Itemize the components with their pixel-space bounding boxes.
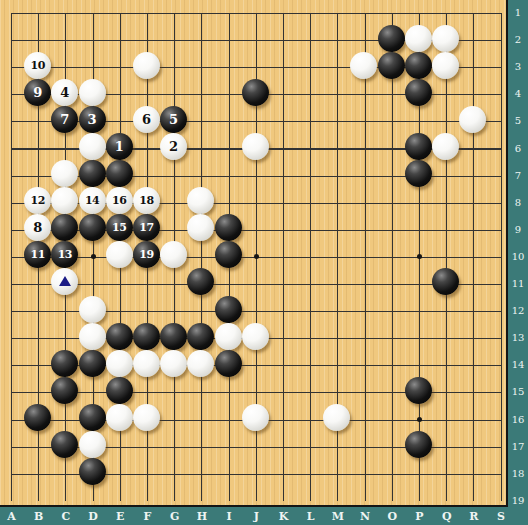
- intersection-F6[interactable]: [134, 135, 161, 162]
- intersection-J13[interactable]: [243, 325, 270, 352]
- intersection-C16[interactable]: [52, 406, 79, 433]
- intersection-E16[interactable]: [107, 406, 134, 433]
- intersection-F8[interactable]: 18: [134, 189, 161, 216]
- intersection-J18[interactable]: [243, 460, 270, 487]
- intersection-C3[interactable]: [52, 54, 79, 81]
- intersection-L13[interactable]: [297, 325, 324, 352]
- intersection-J4[interactable]: [243, 81, 270, 108]
- intersection-J5[interactable]: [243, 108, 270, 135]
- intersection-M19[interactable]: [324, 487, 351, 507]
- intersection-C4[interactable]: 4: [52, 81, 79, 108]
- intersection-J17[interactable]: [243, 433, 270, 460]
- intersection-C6[interactable]: [52, 135, 79, 162]
- intersection-Q10[interactable]: [433, 243, 460, 270]
- intersection-D5[interactable]: 3: [79, 108, 106, 135]
- intersection-D8[interactable]: 14: [79, 189, 106, 216]
- intersection-O19[interactable]: [379, 487, 406, 507]
- intersection-J2[interactable]: [243, 27, 270, 54]
- intersection-G3[interactable]: [161, 54, 188, 81]
- intersection-A12[interactable]: [0, 297, 25, 324]
- intersection-H10[interactable]: [188, 243, 215, 270]
- intersection-P11[interactable]: [406, 270, 433, 297]
- intersection-E4[interactable]: [107, 81, 134, 108]
- intersection-R13[interactable]: [460, 325, 487, 352]
- intersection-A1[interactable]: [0, 0, 25, 27]
- intersection-R4[interactable]: [460, 81, 487, 108]
- intersection-E10[interactable]: [107, 243, 134, 270]
- intersection-O11[interactable]: [379, 270, 406, 297]
- intersection-P2[interactable]: [406, 27, 433, 54]
- intersection-F18[interactable]: [134, 460, 161, 487]
- intersection-B17[interactable]: [25, 433, 52, 460]
- intersection-R15[interactable]: [460, 379, 487, 406]
- intersection-S7[interactable]: [487, 162, 508, 189]
- intersection-B16[interactable]: [25, 406, 52, 433]
- intersection-Q15[interactable]: [433, 379, 460, 406]
- intersection-O13[interactable]: [379, 325, 406, 352]
- intersection-G15[interactable]: [161, 379, 188, 406]
- intersection-I8[interactable]: [215, 189, 242, 216]
- intersection-P16[interactable]: [406, 406, 433, 433]
- intersection-E13[interactable]: [107, 325, 134, 352]
- intersection-O8[interactable]: [379, 189, 406, 216]
- intersection-I15[interactable]: [215, 379, 242, 406]
- intersection-F10[interactable]: 19: [134, 243, 161, 270]
- intersection-N11[interactable]: [351, 270, 378, 297]
- intersection-B9[interactable]: 8: [25, 216, 52, 243]
- intersection-R7[interactable]: [460, 162, 487, 189]
- intersection-D13[interactable]: [79, 325, 106, 352]
- intersection-F4[interactable]: [134, 81, 161, 108]
- intersection-C15[interactable]: [52, 379, 79, 406]
- intersection-R12[interactable]: [460, 297, 487, 324]
- intersection-H13[interactable]: [188, 325, 215, 352]
- intersection-M6[interactable]: [324, 135, 351, 162]
- intersection-R8[interactable]: [460, 189, 487, 216]
- intersection-B11[interactable]: [25, 270, 52, 297]
- intersection-G9[interactable]: [161, 216, 188, 243]
- intersection-Q11[interactable]: [433, 270, 460, 297]
- intersection-A17[interactable]: [0, 433, 25, 460]
- intersection-J11[interactable]: [243, 270, 270, 297]
- intersection-Q3[interactable]: [433, 54, 460, 81]
- intersection-J3[interactable]: [243, 54, 270, 81]
- intersection-L14[interactable]: [297, 352, 324, 379]
- intersection-G12[interactable]: [161, 297, 188, 324]
- intersection-D6[interactable]: [79, 135, 106, 162]
- intersection-O3[interactable]: [379, 54, 406, 81]
- intersection-D1[interactable]: [79, 0, 106, 27]
- intersection-A3[interactable]: [0, 54, 25, 81]
- intersection-A6[interactable]: [0, 135, 25, 162]
- intersection-H7[interactable]: [188, 162, 215, 189]
- intersection-C1[interactable]: [52, 0, 79, 27]
- intersection-F15[interactable]: [134, 379, 161, 406]
- intersection-S18[interactable]: [487, 460, 508, 487]
- intersection-O2[interactable]: [379, 27, 406, 54]
- intersection-L7[interactable]: [297, 162, 324, 189]
- intersection-D15[interactable]: [79, 379, 106, 406]
- intersection-M9[interactable]: [324, 216, 351, 243]
- intersection-I17[interactable]: [215, 433, 242, 460]
- intersection-P5[interactable]: [406, 108, 433, 135]
- intersection-C7[interactable]: [52, 162, 79, 189]
- intersection-L19[interactable]: [297, 487, 324, 507]
- intersection-O15[interactable]: [379, 379, 406, 406]
- intersection-A13[interactable]: [0, 325, 25, 352]
- intersection-G11[interactable]: [161, 270, 188, 297]
- intersection-J1[interactable]: [243, 0, 270, 27]
- intersection-P10[interactable]: [406, 243, 433, 270]
- intersection-S11[interactable]: [487, 270, 508, 297]
- intersection-B8[interactable]: 12: [25, 189, 52, 216]
- intersection-B3[interactable]: 10: [25, 54, 52, 81]
- intersection-E3[interactable]: [107, 54, 134, 81]
- intersection-C14[interactable]: [52, 352, 79, 379]
- intersection-O5[interactable]: [379, 108, 406, 135]
- intersection-R1[interactable]: [460, 0, 487, 27]
- intersection-H15[interactable]: [188, 379, 215, 406]
- intersection-B4[interactable]: 9: [25, 81, 52, 108]
- intersection-H5[interactable]: [188, 108, 215, 135]
- intersection-J19[interactable]: [243, 487, 270, 507]
- intersection-A15[interactable]: [0, 379, 25, 406]
- intersection-A11[interactable]: [0, 270, 25, 297]
- intersection-R6[interactable]: [460, 135, 487, 162]
- intersection-J9[interactable]: [243, 216, 270, 243]
- intersection-F7[interactable]: [134, 162, 161, 189]
- intersection-P9[interactable]: [406, 216, 433, 243]
- intersection-D7[interactable]: [79, 162, 106, 189]
- intersection-L10[interactable]: [297, 243, 324, 270]
- intersection-C17[interactable]: [52, 433, 79, 460]
- intersection-F16[interactable]: [134, 406, 161, 433]
- intersection-I10[interactable]: [215, 243, 242, 270]
- intersection-R11[interactable]: [460, 270, 487, 297]
- intersection-Q1[interactable]: [433, 0, 460, 27]
- intersection-H12[interactable]: [188, 297, 215, 324]
- intersection-C8[interactable]: [52, 189, 79, 216]
- intersection-O9[interactable]: [379, 216, 406, 243]
- intersection-K13[interactable]: [270, 325, 297, 352]
- intersection-H2[interactable]: [188, 27, 215, 54]
- intersection-H3[interactable]: [188, 54, 215, 81]
- intersection-H18[interactable]: [188, 460, 215, 487]
- intersection-M4[interactable]: [324, 81, 351, 108]
- intersection-J8[interactable]: [243, 189, 270, 216]
- intersection-I6[interactable]: [215, 135, 242, 162]
- intersection-P17[interactable]: [406, 433, 433, 460]
- intersection-Q5[interactable]: [433, 108, 460, 135]
- intersection-K5[interactable]: [270, 108, 297, 135]
- intersection-E12[interactable]: [107, 297, 134, 324]
- intersection-S3[interactable]: [487, 54, 508, 81]
- intersection-D16[interactable]: [79, 406, 106, 433]
- intersection-H6[interactable]: [188, 135, 215, 162]
- intersection-K3[interactable]: [270, 54, 297, 81]
- intersection-E5[interactable]: [107, 108, 134, 135]
- intersection-E1[interactable]: [107, 0, 134, 27]
- intersection-D19[interactable]: [79, 487, 106, 507]
- intersection-H9[interactable]: [188, 216, 215, 243]
- intersection-A14[interactable]: [0, 352, 25, 379]
- intersection-D10[interactable]: [79, 243, 106, 270]
- intersection-K17[interactable]: [270, 433, 297, 460]
- intersection-F3[interactable]: [134, 54, 161, 81]
- intersection-O4[interactable]: [379, 81, 406, 108]
- intersection-G10[interactable]: [161, 243, 188, 270]
- intersection-F19[interactable]: [134, 487, 161, 507]
- intersection-I4[interactable]: [215, 81, 242, 108]
- intersection-L2[interactable]: [297, 27, 324, 54]
- intersection-K10[interactable]: [270, 243, 297, 270]
- intersection-I16[interactable]: [215, 406, 242, 433]
- intersection-P13[interactable]: [406, 325, 433, 352]
- intersection-N3[interactable]: [351, 54, 378, 81]
- intersection-I3[interactable]: [215, 54, 242, 81]
- intersection-N12[interactable]: [351, 297, 378, 324]
- intersection-Q19[interactable]: [433, 487, 460, 507]
- intersection-G5[interactable]: 5: [161, 108, 188, 135]
- intersection-N8[interactable]: [351, 189, 378, 216]
- intersection-C10[interactable]: 13: [52, 243, 79, 270]
- intersection-C9[interactable]: [52, 216, 79, 243]
- intersection-N6[interactable]: [351, 135, 378, 162]
- intersection-J6[interactable]: [243, 135, 270, 162]
- intersection-S4[interactable]: [487, 81, 508, 108]
- intersection-K1[interactable]: [270, 0, 297, 27]
- intersection-G16[interactable]: [161, 406, 188, 433]
- intersection-B2[interactable]: [25, 27, 52, 54]
- intersection-K8[interactable]: [270, 189, 297, 216]
- intersection-S1[interactable]: [487, 0, 508, 27]
- intersection-K2[interactable]: [270, 27, 297, 54]
- intersection-M8[interactable]: [324, 189, 351, 216]
- intersection-G19[interactable]: [161, 487, 188, 507]
- intersection-Q12[interactable]: [433, 297, 460, 324]
- intersection-I5[interactable]: [215, 108, 242, 135]
- intersection-N15[interactable]: [351, 379, 378, 406]
- intersection-A7[interactable]: [0, 162, 25, 189]
- intersection-J12[interactable]: [243, 297, 270, 324]
- intersection-G17[interactable]: [161, 433, 188, 460]
- intersection-S15[interactable]: [487, 379, 508, 406]
- intersection-R3[interactable]: [460, 54, 487, 81]
- intersection-K6[interactable]: [270, 135, 297, 162]
- intersection-E17[interactable]: [107, 433, 134, 460]
- intersection-D2[interactable]: [79, 27, 106, 54]
- intersection-N1[interactable]: [351, 0, 378, 27]
- intersection-I19[interactable]: [215, 487, 242, 507]
- intersection-P1[interactable]: [406, 0, 433, 27]
- intersection-H14[interactable]: [188, 352, 215, 379]
- intersection-H19[interactable]: [188, 487, 215, 507]
- intersection-G1[interactable]: [161, 0, 188, 27]
- intersection-D17[interactable]: [79, 433, 106, 460]
- intersection-Q16[interactable]: [433, 406, 460, 433]
- intersection-Q2[interactable]: [433, 27, 460, 54]
- intersection-M7[interactable]: [324, 162, 351, 189]
- intersection-P19[interactable]: [406, 487, 433, 507]
- intersection-O14[interactable]: [379, 352, 406, 379]
- intersection-G14[interactable]: [161, 352, 188, 379]
- intersection-O17[interactable]: [379, 433, 406, 460]
- intersection-M11[interactable]: [324, 270, 351, 297]
- intersection-S13[interactable]: [487, 325, 508, 352]
- intersection-G2[interactable]: [161, 27, 188, 54]
- intersection-I14[interactable]: [215, 352, 242, 379]
- intersection-B1[interactable]: [25, 0, 52, 27]
- intersection-K4[interactable]: [270, 81, 297, 108]
- intersection-S16[interactable]: [487, 406, 508, 433]
- intersection-R18[interactable]: [460, 460, 487, 487]
- intersection-B12[interactable]: [25, 297, 52, 324]
- intersection-S14[interactable]: [487, 352, 508, 379]
- intersection-P4[interactable]: [406, 81, 433, 108]
- intersection-H11[interactable]: [188, 270, 215, 297]
- intersection-E9[interactable]: 15: [107, 216, 134, 243]
- intersection-K12[interactable]: [270, 297, 297, 324]
- intersection-L12[interactable]: [297, 297, 324, 324]
- intersection-R5[interactable]: [460, 108, 487, 135]
- intersection-M3[interactable]: [324, 54, 351, 81]
- intersection-E11[interactable]: [107, 270, 134, 297]
- intersection-I7[interactable]: [215, 162, 242, 189]
- intersection-M12[interactable]: [324, 297, 351, 324]
- intersection-M15[interactable]: [324, 379, 351, 406]
- intersection-L8[interactable]: [297, 189, 324, 216]
- intersection-B14[interactable]: [25, 352, 52, 379]
- intersection-A16[interactable]: [0, 406, 25, 433]
- intersection-P6[interactable]: [406, 135, 433, 162]
- intersection-J7[interactable]: [243, 162, 270, 189]
- intersection-K14[interactable]: [270, 352, 297, 379]
- intersection-K11[interactable]: [270, 270, 297, 297]
- intersection-D3[interactable]: [79, 54, 106, 81]
- intersection-B6[interactable]: [25, 135, 52, 162]
- intersection-G8[interactable]: [161, 189, 188, 216]
- intersection-S10[interactable]: [487, 243, 508, 270]
- intersection-M10[interactable]: [324, 243, 351, 270]
- intersection-P18[interactable]: [406, 460, 433, 487]
- intersection-O10[interactable]: [379, 243, 406, 270]
- intersection-I18[interactable]: [215, 460, 242, 487]
- intersection-S12[interactable]: [487, 297, 508, 324]
- intersection-N4[interactable]: [351, 81, 378, 108]
- intersection-J15[interactable]: [243, 379, 270, 406]
- intersection-Q14[interactable]: [433, 352, 460, 379]
- intersection-I11[interactable]: [215, 270, 242, 297]
- intersection-N10[interactable]: [351, 243, 378, 270]
- intersection-P15[interactable]: [406, 379, 433, 406]
- intersection-A10[interactable]: [0, 243, 25, 270]
- intersection-E19[interactable]: [107, 487, 134, 507]
- intersection-P12[interactable]: [406, 297, 433, 324]
- intersection-A9[interactable]: [0, 216, 25, 243]
- intersection-G18[interactable]: [161, 460, 188, 487]
- intersection-P7[interactable]: [406, 162, 433, 189]
- intersection-G4[interactable]: [161, 81, 188, 108]
- intersection-S2[interactable]: [487, 27, 508, 54]
- intersection-L3[interactable]: [297, 54, 324, 81]
- intersection-S19[interactable]: [487, 487, 508, 507]
- intersection-B5[interactable]: [25, 108, 52, 135]
- intersection-C11[interactable]: [52, 270, 79, 297]
- intersection-F17[interactable]: [134, 433, 161, 460]
- intersection-D11[interactable]: [79, 270, 106, 297]
- intersection-S6[interactable]: [487, 135, 508, 162]
- intersection-B7[interactable]: [25, 162, 52, 189]
- intersection-B19[interactable]: [25, 487, 52, 507]
- intersection-N17[interactable]: [351, 433, 378, 460]
- intersection-R14[interactable]: [460, 352, 487, 379]
- intersection-E14[interactable]: [107, 352, 134, 379]
- intersection-N16[interactable]: [351, 406, 378, 433]
- intersection-G7[interactable]: [161, 162, 188, 189]
- intersection-Q9[interactable]: [433, 216, 460, 243]
- intersection-Q6[interactable]: [433, 135, 460, 162]
- intersection-M1[interactable]: [324, 0, 351, 27]
- intersection-P14[interactable]: [406, 352, 433, 379]
- intersection-J10[interactable]: [243, 243, 270, 270]
- intersection-K7[interactable]: [270, 162, 297, 189]
- intersection-R16[interactable]: [460, 406, 487, 433]
- intersection-A19[interactable]: [0, 487, 25, 507]
- intersection-F14[interactable]: [134, 352, 161, 379]
- intersection-O1[interactable]: [379, 0, 406, 27]
- intersection-I12[interactable]: [215, 297, 242, 324]
- intersection-F13[interactable]: [134, 325, 161, 352]
- intersection-O18[interactable]: [379, 460, 406, 487]
- intersection-O12[interactable]: [379, 297, 406, 324]
- intersection-O7[interactable]: [379, 162, 406, 189]
- intersection-H4[interactable]: [188, 81, 215, 108]
- intersection-N14[interactable]: [351, 352, 378, 379]
- intersection-A4[interactable]: [0, 81, 25, 108]
- intersection-D4[interactable]: [79, 81, 106, 108]
- intersection-H16[interactable]: [188, 406, 215, 433]
- intersection-S8[interactable]: [487, 189, 508, 216]
- intersection-D12[interactable]: [79, 297, 106, 324]
- intersection-Q8[interactable]: [433, 189, 460, 216]
- intersection-C2[interactable]: [52, 27, 79, 54]
- intersection-B10[interactable]: 11: [25, 243, 52, 270]
- intersection-A5[interactable]: [0, 108, 25, 135]
- intersection-M13[interactable]: [324, 325, 351, 352]
- intersection-K15[interactable]: [270, 379, 297, 406]
- intersection-M2[interactable]: [324, 27, 351, 54]
- intersection-N13[interactable]: [351, 325, 378, 352]
- intersection-F11[interactable]: [134, 270, 161, 297]
- intersection-M17[interactable]: [324, 433, 351, 460]
- intersection-N2[interactable]: [351, 27, 378, 54]
- intersection-K19[interactable]: [270, 487, 297, 507]
- intersection-D14[interactable]: [79, 352, 106, 379]
- intersection-I2[interactable]: [215, 27, 242, 54]
- intersection-G6[interactable]: 2: [161, 135, 188, 162]
- intersection-L4[interactable]: [297, 81, 324, 108]
- intersection-F2[interactable]: [134, 27, 161, 54]
- intersection-L15[interactable]: [297, 379, 324, 406]
- intersection-C13[interactable]: [52, 325, 79, 352]
- intersection-I13[interactable]: [215, 325, 242, 352]
- intersection-H17[interactable]: [188, 433, 215, 460]
- intersection-K16[interactable]: [270, 406, 297, 433]
- intersection-C18[interactable]: [52, 460, 79, 487]
- intersection-P8[interactable]: [406, 189, 433, 216]
- intersection-N9[interactable]: [351, 216, 378, 243]
- intersection-L16[interactable]: [297, 406, 324, 433]
